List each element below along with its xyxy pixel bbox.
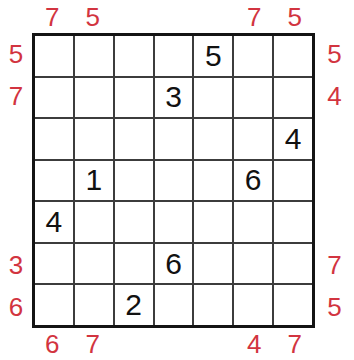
cell-r3c7[interactable]: 4 — [274, 119, 312, 159]
clue-top-4 — [153, 0, 193, 33]
cell-r1c6[interactable] — [234, 36, 272, 76]
clue-bottom-6: 4 — [234, 328, 274, 360]
clue-column-left: 5736 — [0, 33, 32, 328]
clue-top-7: 5 — [275, 0, 315, 33]
cell-r3c5[interactable] — [194, 119, 232, 159]
clue-left-7: 6 — [0, 286, 32, 328]
cell-r4c3[interactable] — [115, 161, 153, 201]
cell-r5c5[interactable] — [194, 202, 232, 242]
cell-r5c4[interactable] — [155, 202, 193, 242]
clue-right-7: 5 — [315, 286, 354, 328]
clue-right-1: 5 — [315, 33, 354, 75]
puzzle-board: 53416462 — [32, 33, 315, 328]
cell-r3c2[interactable] — [75, 119, 113, 159]
clue-row-bottom: 6747 — [32, 328, 315, 360]
clue-right-4 — [315, 159, 354, 201]
cell-r1c2[interactable] — [75, 36, 113, 76]
clue-bottom-7: 7 — [275, 328, 315, 360]
cell-r5c3[interactable] — [115, 202, 153, 242]
cell-r2c1[interactable] — [35, 78, 73, 118]
cell-r1c3[interactable] — [115, 36, 153, 76]
cell-r1c1[interactable] — [35, 36, 73, 76]
cell-r7c3[interactable]: 2 — [115, 285, 153, 325]
cell-r5c2[interactable] — [75, 202, 113, 242]
clue-top-1: 7 — [32, 0, 72, 33]
cell-r1c4[interactable] — [155, 36, 193, 76]
clue-left-6: 3 — [0, 244, 32, 286]
cell-r5c6[interactable] — [234, 202, 272, 242]
cell-r5c1[interactable]: 4 — [35, 202, 73, 242]
clue-left-4 — [0, 159, 32, 201]
cell-r6c5[interactable] — [194, 244, 232, 284]
clue-right-5 — [315, 202, 354, 244]
clue-top-5 — [194, 0, 234, 33]
cell-r3c1[interactable] — [35, 119, 73, 159]
cell-r7c4[interactable] — [155, 285, 193, 325]
cell-r4c6[interactable]: 6 — [234, 161, 272, 201]
cell-r7c6[interactable] — [234, 285, 272, 325]
clue-bottom-4 — [153, 328, 193, 360]
clue-top-3 — [113, 0, 153, 33]
cell-r2c7[interactable] — [274, 78, 312, 118]
clue-column-right: 5475 — [315, 33, 354, 328]
cell-r2c5[interactable] — [194, 78, 232, 118]
cell-r6c6[interactable] — [234, 244, 272, 284]
clue-left-3 — [0, 117, 32, 159]
cell-r2c3[interactable] — [115, 78, 153, 118]
cell-r4c2[interactable]: 1 — [75, 161, 113, 201]
cell-r2c2[interactable] — [75, 78, 113, 118]
cell-r2c6[interactable] — [234, 78, 272, 118]
clue-right-6: 7 — [315, 244, 354, 286]
cell-r5c7[interactable] — [274, 202, 312, 242]
cell-r2c4[interactable]: 3 — [155, 78, 193, 118]
cell-r3c3[interactable] — [115, 119, 153, 159]
clue-right-3 — [315, 117, 354, 159]
clue-left-1: 5 — [0, 33, 32, 75]
cell-r6c3[interactable] — [115, 244, 153, 284]
clue-left-5 — [0, 202, 32, 244]
cell-r6c2[interactable] — [75, 244, 113, 284]
clue-right-2: 4 — [315, 75, 354, 117]
cell-r7c2[interactable] — [75, 285, 113, 325]
clue-left-2: 7 — [0, 75, 32, 117]
cell-r4c1[interactable] — [35, 161, 73, 201]
clue-bottom-3 — [113, 328, 153, 360]
cell-r7c7[interactable] — [274, 285, 312, 325]
cell-r6c4[interactable]: 6 — [155, 244, 193, 284]
cell-r1c5[interactable]: 5 — [194, 36, 232, 76]
cell-r4c7[interactable] — [274, 161, 312, 201]
cell-r7c1[interactable] — [35, 285, 73, 325]
clue-top-6: 7 — [234, 0, 274, 33]
cell-r1c7[interactable] — [274, 36, 312, 76]
clue-bottom-5 — [194, 328, 234, 360]
cell-r3c4[interactable] — [155, 119, 193, 159]
clue-top-2: 5 — [72, 0, 112, 33]
clue-row-top: 7575 — [32, 0, 315, 33]
clue-bottom-1: 6 — [32, 328, 72, 360]
cell-r6c7[interactable] — [274, 244, 312, 284]
cell-r4c4[interactable] — [155, 161, 193, 201]
cell-r4c5[interactable] — [194, 161, 232, 201]
clue-bottom-2: 7 — [72, 328, 112, 360]
skyscrapers-puzzle: 7575 6747 5736 5475 53416462 — [0, 0, 354, 360]
cell-r6c1[interactable] — [35, 244, 73, 284]
cell-r3c6[interactable] — [234, 119, 272, 159]
cell-r7c5[interactable] — [194, 285, 232, 325]
